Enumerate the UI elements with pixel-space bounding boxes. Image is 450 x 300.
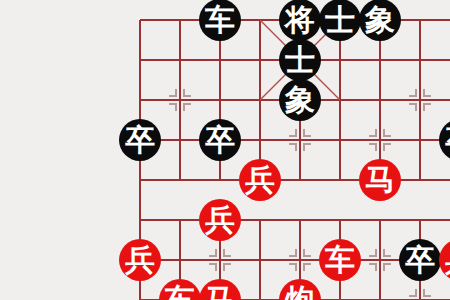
piece-black-advisor[interactable]: 士 <box>319 0 361 41</box>
piece-glyph: 兵 <box>445 245 450 275</box>
piece-glyph: 卒 <box>205 125 235 155</box>
piece-red-horse[interactable]: 马 <box>199 279 241 300</box>
piece-black-soldier[interactable]: 卒 <box>119 119 161 161</box>
piece-glyph: 车 <box>325 245 355 275</box>
piece-red-soldier[interactable]: 兵 <box>199 199 241 241</box>
piece-red-soldier[interactable]: 兵 <box>119 239 161 281</box>
piece-red-cannon[interactable]: 炮 <box>279 279 321 300</box>
piece-glyph: 兵 <box>205 205 235 235</box>
piece-glyph: 车 <box>165 285 195 300</box>
piece-glyph: 士 <box>325 5 355 35</box>
piece-red-chariot[interactable]: 车 <box>319 239 361 281</box>
piece-black-general[interactable]: 将 <box>279 0 321 41</box>
piece-red-soldier[interactable]: 兵 <box>239 159 281 201</box>
piece-glyph: 卒 <box>405 245 435 275</box>
piece-red-soldier[interactable]: 兵 <box>439 239 450 281</box>
piece-glyph: 卒 <box>125 125 155 155</box>
piece-glyph: 将 <box>285 5 315 35</box>
piece-glyph: 兵 <box>125 245 155 275</box>
piece-black-elephant[interactable]: 象 <box>279 79 321 121</box>
piece-black-soldier[interactable]: 卒 <box>439 119 450 161</box>
piece-black-soldier[interactable]: 卒 <box>399 239 441 281</box>
xiangqi-board-screen: 车将士象士象卒卒卒卒兵马兵兵车兵车马炮 <box>0 0 450 300</box>
piece-black-chariot[interactable]: 车 <box>199 0 241 41</box>
piece-red-horse[interactable]: 马 <box>359 159 401 201</box>
piece-black-advisor[interactable]: 士 <box>279 39 321 81</box>
xiangqi-board: 车将士象士象卒卒卒卒兵马兵兵车兵车马炮 <box>120 0 450 300</box>
piece-glyph: 车 <box>205 5 235 35</box>
piece-glyph: 卒 <box>445 125 450 155</box>
piece-red-chariot[interactable]: 车 <box>159 279 201 300</box>
piece-black-elephant[interactable]: 象 <box>359 0 401 41</box>
piece-glyph: 兵 <box>245 165 275 195</box>
piece-glyph: 象 <box>285 85 315 115</box>
piece-glyph: 炮 <box>285 285 315 300</box>
piece-glyph: 马 <box>205 285 235 300</box>
piece-glyph: 士 <box>285 45 315 75</box>
piece-glyph: 象 <box>365 5 395 35</box>
piece-glyph: 马 <box>365 165 395 195</box>
piece-black-soldier[interactable]: 卒 <box>199 119 241 161</box>
